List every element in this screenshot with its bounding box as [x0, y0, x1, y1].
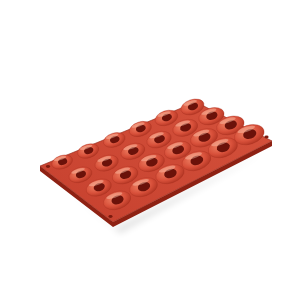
hanging-hole	[108, 215, 112, 218]
hanging-hole	[46, 165, 50, 168]
product-photo	[0, 0, 300, 300]
mold-illustration	[0, 0, 300, 300]
hanging-hole	[264, 136, 268, 139]
